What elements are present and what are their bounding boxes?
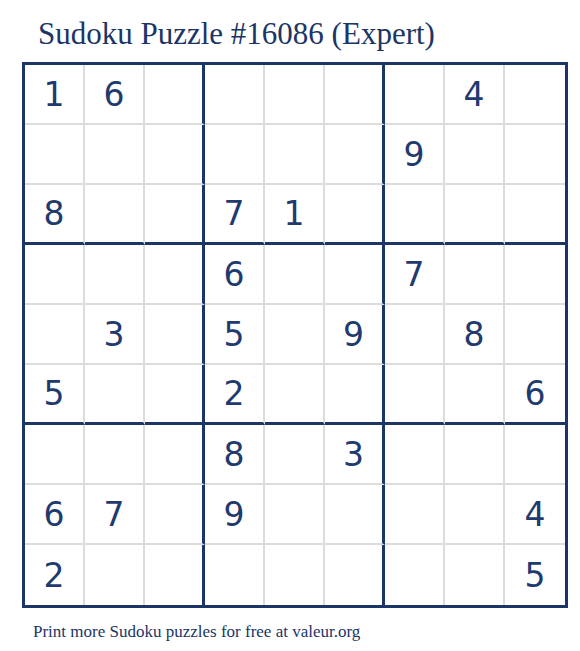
cell-r9c5[interactable] (265, 545, 325, 605)
cell-r9c9[interactable]: 5 (505, 545, 565, 605)
cell-r2c9[interactable] (505, 125, 565, 185)
cell-r2c3[interactable] (145, 125, 205, 185)
cell-r8c6[interactable] (325, 485, 385, 545)
cell-r5c4[interactable]: 5 (205, 305, 265, 365)
cell-r5c3[interactable] (145, 305, 205, 365)
cell-r4c6[interactable] (325, 245, 385, 305)
cell-r6c9[interactable]: 6 (505, 365, 565, 425)
cell-r4c7[interactable]: 7 (385, 245, 445, 305)
cell-r1c3[interactable] (145, 65, 205, 125)
cell-r7c7[interactable] (385, 425, 445, 485)
cell-r4c9[interactable] (505, 245, 565, 305)
cell-r5c9[interactable] (505, 305, 565, 365)
cell-r5c7[interactable] (385, 305, 445, 365)
cell-r1c4[interactable] (205, 65, 265, 125)
cell-r3c4[interactable]: 7 (205, 185, 265, 245)
cell-r3c8[interactable] (445, 185, 505, 245)
sudoku-board: 164987167359852683679425 (22, 62, 568, 608)
footer-text: Print more Sudoku puzzles for free at va… (33, 622, 580, 642)
cell-r7c4[interactable]: 8 (205, 425, 265, 485)
cell-r9c8[interactable] (445, 545, 505, 605)
cell-r5c2[interactable]: 3 (85, 305, 145, 365)
cell-r6c3[interactable] (145, 365, 205, 425)
cell-r4c4[interactable]: 6 (205, 245, 265, 305)
cell-r6c1[interactable]: 5 (25, 365, 85, 425)
cell-r1c7[interactable] (385, 65, 445, 125)
cell-r4c2[interactable] (85, 245, 145, 305)
cell-r1c6[interactable] (325, 65, 385, 125)
cell-r6c2[interactable] (85, 365, 145, 425)
cell-r7c5[interactable] (265, 425, 325, 485)
cell-r6c6[interactable] (325, 365, 385, 425)
cell-r3c2[interactable] (85, 185, 145, 245)
cell-r5c1[interactable] (25, 305, 85, 365)
cell-r2c5[interactable] (265, 125, 325, 185)
cell-r7c1[interactable] (25, 425, 85, 485)
cell-r7c9[interactable] (505, 425, 565, 485)
cell-r2c4[interactable] (205, 125, 265, 185)
cell-r6c5[interactable] (265, 365, 325, 425)
cell-r2c2[interactable] (85, 125, 145, 185)
cell-r9c2[interactable] (85, 545, 145, 605)
cell-r4c1[interactable] (25, 245, 85, 305)
cell-r3c3[interactable] (145, 185, 205, 245)
cell-r9c1[interactable]: 2 (25, 545, 85, 605)
cell-r5c5[interactable] (265, 305, 325, 365)
cell-r2c1[interactable] (25, 125, 85, 185)
cell-r9c3[interactable] (145, 545, 205, 605)
cell-r3c1[interactable]: 8 (25, 185, 85, 245)
cell-r6c7[interactable] (385, 365, 445, 425)
cell-r8c4[interactable]: 9 (205, 485, 265, 545)
cell-r7c3[interactable] (145, 425, 205, 485)
cell-r9c7[interactable] (385, 545, 445, 605)
cell-r8c9[interactable]: 4 (505, 485, 565, 545)
cell-r2c8[interactable] (445, 125, 505, 185)
cell-r5c6[interactable]: 9 (325, 305, 385, 365)
cell-r5c8[interactable]: 8 (445, 305, 505, 365)
cell-r8c8[interactable] (445, 485, 505, 545)
cell-r4c3[interactable] (145, 245, 205, 305)
cell-r8c7[interactable] (385, 485, 445, 545)
cell-r3c5[interactable]: 1 (265, 185, 325, 245)
cell-r1c1[interactable]: 1 (25, 65, 85, 125)
cell-r1c9[interactable] (505, 65, 565, 125)
cell-r8c5[interactable] (265, 485, 325, 545)
cell-r7c8[interactable] (445, 425, 505, 485)
page-title: Sudoku Puzzle #16086 (Expert) (38, 14, 580, 54)
cell-r8c2[interactable]: 7 (85, 485, 145, 545)
cell-r3c6[interactable] (325, 185, 385, 245)
cell-r8c1[interactable]: 6 (25, 485, 85, 545)
cell-r7c2[interactable] (85, 425, 145, 485)
cell-r6c8[interactable] (445, 365, 505, 425)
cell-r8c3[interactable] (145, 485, 205, 545)
cell-r3c7[interactable] (385, 185, 445, 245)
cell-r1c2[interactable]: 6 (85, 65, 145, 125)
cell-r1c5[interactable] (265, 65, 325, 125)
cell-r3c9[interactable] (505, 185, 565, 245)
cell-r4c8[interactable] (445, 245, 505, 305)
cell-r9c6[interactable] (325, 545, 385, 605)
cell-r1c8[interactable]: 4 (445, 65, 505, 125)
cell-r4c5[interactable] (265, 245, 325, 305)
cell-r6c4[interactable]: 2 (205, 365, 265, 425)
cell-r2c7[interactable]: 9 (385, 125, 445, 185)
cell-r7c6[interactable]: 3 (325, 425, 385, 485)
cell-r9c4[interactable] (205, 545, 265, 605)
cell-r2c6[interactable] (325, 125, 385, 185)
